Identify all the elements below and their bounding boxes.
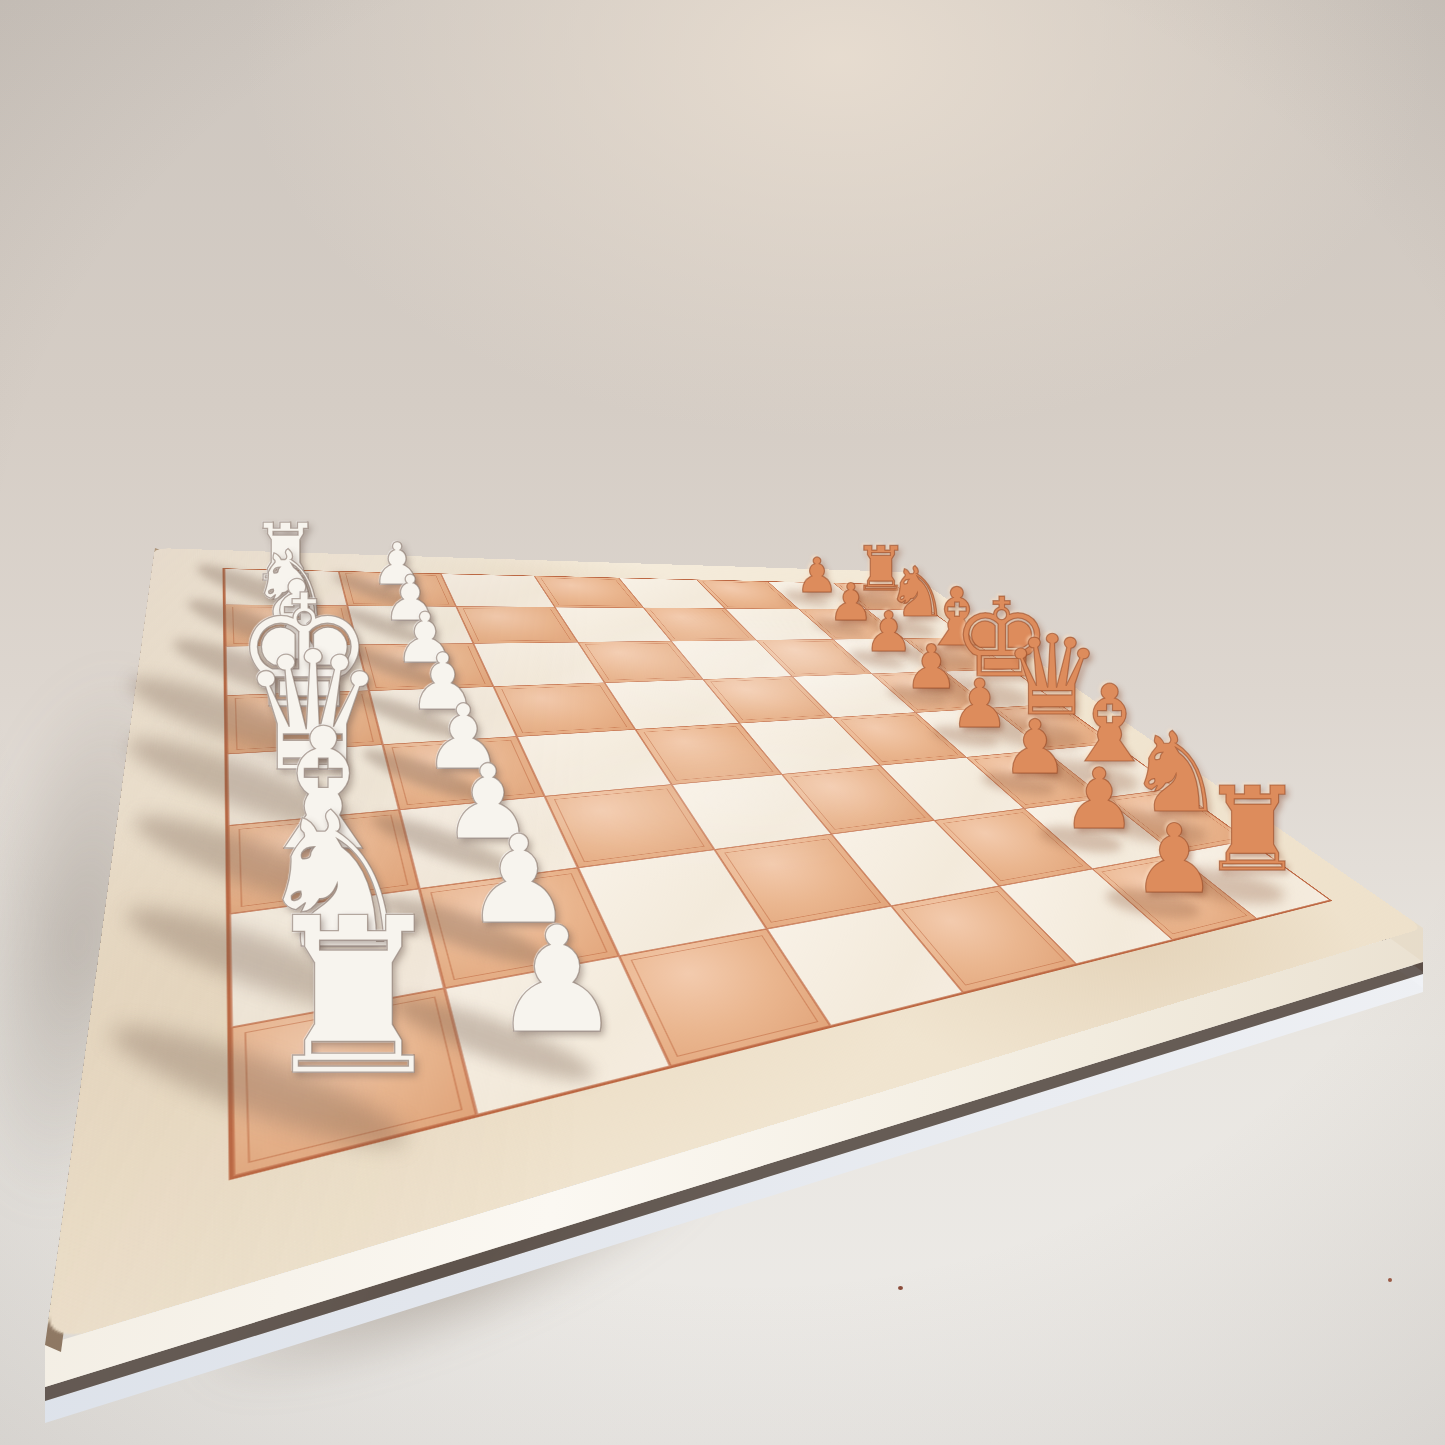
piece-white-pawn-a2[interactable]: ♟ xyxy=(491,908,623,1055)
piece-orange-pawn-a7[interactable]: ♟ xyxy=(1132,812,1217,907)
piece-white-rook-a1[interactable]: ♜ xyxy=(257,889,451,1105)
piece-orange-pawn-c7[interactable]: ♟ xyxy=(1002,711,1069,786)
piece-orange-pawn-b7[interactable]: ♟ xyxy=(1062,758,1137,842)
photo-scene: ♜♞♝♛♚♝♞♜♟♟♟♟♟♟♟♟♟♟♟♟♟♟♟♟♜♞♝♛♚♝♞♜ xyxy=(0,0,1445,1445)
piece-layer: ♜♞♝♛♚♝♞♜♟♟♟♟♟♟♟♟♟♟♟♟♟♟♟♟♜♞♝♛♚♝♞♜ xyxy=(0,0,1445,1445)
